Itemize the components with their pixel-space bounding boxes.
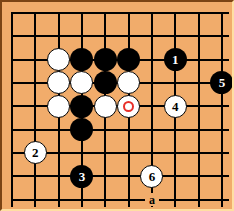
stone-black xyxy=(94,48,117,71)
grid-line xyxy=(11,199,229,201)
stone-black xyxy=(117,48,140,71)
stone-white xyxy=(70,71,93,94)
grid-line xyxy=(11,175,229,177)
grid-line xyxy=(34,12,36,207)
circle-mark-icon xyxy=(123,101,134,112)
stone-white xyxy=(94,95,117,118)
stone-white-marked xyxy=(117,95,140,118)
stone-white xyxy=(47,48,70,71)
grid-line xyxy=(198,12,200,207)
stone-black-move-3: 3 xyxy=(70,165,93,188)
go-board: a154236 xyxy=(0,0,234,211)
stone-white xyxy=(47,95,70,118)
stone-black xyxy=(70,48,93,71)
stone-white xyxy=(47,71,70,94)
stone-white-move-4: 4 xyxy=(164,95,187,118)
stone-white-move-2: 2 xyxy=(24,141,47,164)
grid-line xyxy=(11,129,229,131)
grid-line xyxy=(11,12,13,207)
stone-black-move-5: 5 xyxy=(210,71,233,94)
stone-white-move-6: 6 xyxy=(140,165,163,188)
stone-black xyxy=(70,95,93,118)
grid-line xyxy=(11,35,229,37)
grid-line xyxy=(11,12,229,14)
grid-line xyxy=(221,12,223,207)
stone-white xyxy=(117,71,140,94)
point-label-a: a xyxy=(145,193,159,206)
stone-black xyxy=(70,118,93,141)
stone-black xyxy=(94,71,117,94)
stone-black-move-1: 1 xyxy=(164,48,187,71)
